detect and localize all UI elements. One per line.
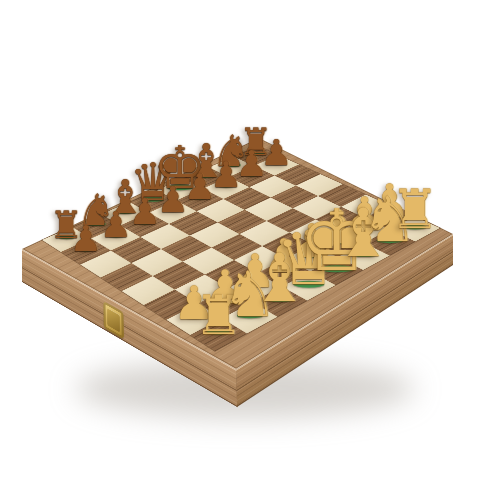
chess-set-photo: ♜♞♝♛♚♝♞♜♟♟♟♟♟♟♟♟♟♟♟♟♟♟♟♟♜♞♝♛♚♝♞♜ xyxy=(0,0,480,480)
brass-clasp-plate xyxy=(107,308,120,333)
piece-white-rook-h1: ♜ xyxy=(390,182,439,236)
brass-clasp xyxy=(103,301,123,339)
piece-black-pawn-a7: ♟ xyxy=(70,221,102,257)
piece-black-pawn-h7: ♟ xyxy=(260,135,292,171)
piece-black-pawn-b7: ♟ xyxy=(100,207,132,243)
